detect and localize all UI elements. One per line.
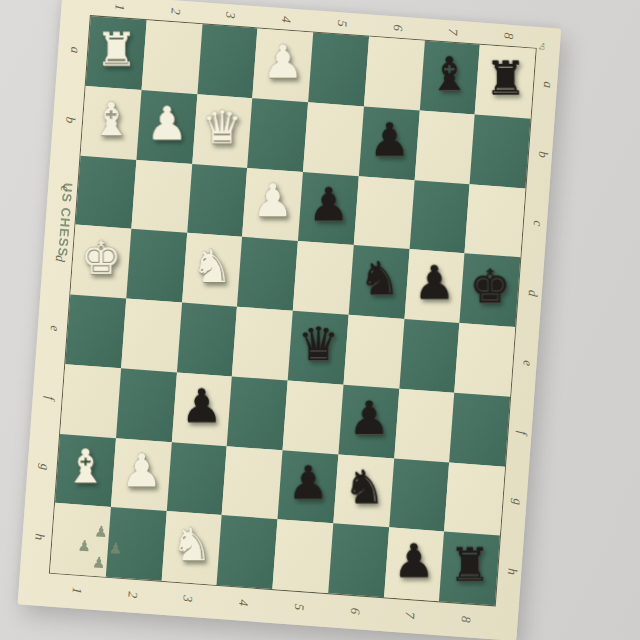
file-label-right-c: c [530,216,545,231]
rank-label-top-8: 8 [501,28,516,43]
corner-mark: ♙ [537,41,546,52]
square-e8[interactable] [454,323,515,397]
square-b1[interactable]: ♝ [81,86,142,160]
white-king-d1[interactable]: ♚ [80,235,121,281]
square-b5[interactable] [303,102,364,176]
white-knight-h3[interactable]: ♞ [171,521,212,567]
square-a3[interactable] [197,24,258,98]
rank-label-bottom-1: 1 [69,583,84,598]
square-f4[interactable] [227,376,288,450]
square-a1[interactable]: ♜ [86,16,147,90]
file-label-left-b: b [63,112,78,127]
square-d8[interactable]: ♚ [460,253,521,327]
square-a7[interactable]: ♝ [419,41,480,115]
square-a8[interactable]: ♜ [475,45,536,119]
file-label-left-h: h [32,529,47,544]
rank-label-bottom-2: 2 [125,587,140,602]
file-label-right-h: h [505,564,520,579]
square-f7[interactable] [394,388,455,462]
square-b4[interactable] [247,98,308,172]
file-label-right-e: e [520,355,535,370]
square-e5[interactable]: ♛ [288,311,349,385]
rank-label-bottom-5: 5 [292,599,307,614]
rank-label-bottom-7: 7 [403,608,418,623]
black-pawn-g5[interactable]: ♟ [287,460,328,506]
white-pawn-c4[interactable]: ♟ [252,178,293,224]
square-e1[interactable] [65,294,126,368]
square-b3[interactable]: ♛ [192,94,253,168]
rank-label-top-1: 1 [112,0,127,15]
square-c5[interactable]: ♟ [298,172,359,246]
rank-label-bottom-6: 6 [347,604,362,619]
square-c8[interactable] [465,184,526,258]
file-label-left-f: f [42,390,57,405]
square-d4[interactable] [237,237,298,311]
file-label-right-b: b [535,147,550,162]
white-pawn-b2[interactable]: ♟ [146,100,187,146]
black-pawn-d7[interactable]: ♟ [414,259,455,305]
square-f8[interactable] [449,393,510,467]
file-label-left-g: g [37,460,52,475]
black-pawn-b6[interactable]: ♟ [369,116,410,162]
square-h3[interactable]: ♞ [161,511,222,585]
square-e7[interactable] [399,319,460,393]
square-a2[interactable] [141,20,202,94]
rank-label-top-6: 6 [390,20,405,35]
rank-label-bottom-3: 3 [180,591,195,606]
square-e4[interactable] [232,307,293,381]
square-b6[interactable]: ♟ [359,106,420,180]
rank-label-bottom-8: 8 [458,612,473,627]
square-g3[interactable] [166,442,227,516]
square-h8[interactable]: ♜ [439,532,500,606]
black-knight-d6[interactable]: ♞ [358,255,399,301]
rank-label-bottom-4: 4 [236,595,251,610]
square-c3[interactable] [187,163,248,237]
black-rook-h8[interactable]: ♜ [449,542,490,588]
square-g4[interactable] [222,446,283,520]
black-king-d8[interactable]: ♚ [470,264,511,310]
square-d2[interactable] [126,229,187,303]
square-b8[interactable] [470,114,531,188]
square-h6[interactable] [328,524,389,598]
vinyl-chess-mat: US CHESS ♜♟♝♜♝♟♛♟♟♟♚♞♞♟♚♛♟♟♝♟♟♞♞♟♜ ♟♟♟♟ … [18,0,562,640]
square-e3[interactable] [176,303,237,377]
square-b7[interactable] [414,110,475,184]
chess-board: ♜♟♝♜♝♟♛♟♟♟♚♞♞♟♚♛♟♟♝♟♟♞♞♟♜ ♟♟♟♟ [50,16,536,605]
square-f5[interactable] [283,380,344,454]
white-bishop-g1[interactable]: ♝ [65,444,106,490]
rank-label-top-3: 3 [223,8,238,23]
file-label-right-f: f [515,425,530,440]
square-a4[interactable]: ♟ [253,28,314,102]
white-queen-b3[interactable]: ♛ [202,104,243,150]
file-label-right-g: g [510,495,525,510]
square-d6[interactable]: ♞ [348,245,409,319]
square-f2[interactable] [116,368,177,442]
table-surface: { "game": "chess", "position": { "fen": … [0,0,640,640]
square-g8[interactable] [444,462,505,536]
rank-label-top-5: 5 [334,16,349,31]
black-pawn-c5[interactable]: ♟ [308,182,349,228]
black-bishop-a7[interactable]: ♝ [429,51,470,97]
logo-pawn-icon: ♟ [87,552,111,576]
file-label-left-c: c [58,182,73,197]
rank-label-top-2: 2 [168,4,183,19]
square-c1[interactable] [76,155,137,229]
square-c4[interactable]: ♟ [242,168,303,242]
white-pawn-g2[interactable]: ♟ [121,448,162,494]
file-label-right-a: a [541,77,556,92]
square-a6[interactable] [364,37,425,111]
square-g2[interactable]: ♟ [111,438,172,512]
black-pawn-h7[interactable]: ♟ [394,538,435,584]
file-label-left-a: a [68,42,83,57]
square-d5[interactable] [293,241,354,315]
square-h5[interactable] [272,519,333,593]
square-c7[interactable] [409,180,470,254]
square-g5[interactable]: ♟ [277,450,338,524]
file-label-right-d: d [525,286,540,301]
board-grid: ♜♟♝♜♝♟♛♟♟♟♚♞♞♟♚♛♟♟♝♟♟♞♞♟♜ [50,16,536,605]
rank-label-top-7: 7 [446,24,461,39]
square-h4[interactable] [217,515,278,589]
white-bishop-b1[interactable]: ♝ [91,96,132,142]
square-g7[interactable] [389,458,450,532]
square-f1[interactable] [60,364,121,438]
black-rook-a8[interactable]: ♜ [485,55,526,101]
square-e2[interactable] [121,298,182,372]
file-label-left-e: e [47,321,62,336]
square-g1[interactable]: ♝ [55,434,116,508]
square-f6[interactable]: ♟ [338,384,399,458]
white-pawn-a4[interactable]: ♟ [263,39,304,85]
black-pawn-f3[interactable]: ♟ [181,382,222,428]
square-e6[interactable] [343,315,404,389]
square-g6[interactable]: ♞ [333,454,394,528]
square-f3[interactable]: ♟ [171,372,232,446]
black-pawn-f6[interactable]: ♟ [348,395,389,441]
black-knight-g6[interactable]: ♞ [343,464,384,510]
file-label-left-d: d [52,251,67,266]
square-c2[interactable] [131,159,192,233]
square-h7[interactable]: ♟ [384,528,445,602]
square-b2[interactable]: ♟ [136,90,197,164]
black-queen-e5[interactable]: ♛ [298,321,339,367]
white-knight-d3[interactable]: ♞ [192,243,233,289]
white-rook-a1[interactable]: ♜ [96,26,137,72]
square-a5[interactable] [308,32,369,106]
square-c6[interactable] [354,176,415,250]
rank-label-top-4: 4 [279,12,294,27]
square-d1[interactable]: ♚ [70,225,131,299]
square-d7[interactable]: ♟ [404,249,465,323]
square-d3[interactable]: ♞ [182,233,243,307]
